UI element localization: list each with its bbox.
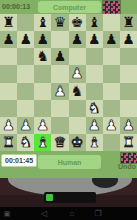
square-f4[interactable] [86, 83, 103, 100]
square-g8[interactable] [103, 14, 120, 31]
piece-white-king[interactable]: ♚ [71, 134, 84, 151]
square-e1[interactable]: ♚ [69, 134, 86, 151]
piece-white-bishop[interactable]: ♝ [88, 134, 101, 151]
square-c7[interactable]: ♟ [34, 31, 51, 48]
square-f6[interactable] [86, 48, 103, 65]
chess-app: 00:00:13 Computer ♜♝♛♚♝♜♟♟♟♟♟♟♟♞♟♟♟♞♞♟♟♟… [0, 0, 137, 220]
back-icon[interactable]: ◁ [38, 207, 50, 220]
square-f3[interactable]: ♞ [86, 100, 103, 117]
piece-black-pawn[interactable]: ♟ [122, 31, 135, 48]
square-h7[interactable]: ♟ [120, 31, 137, 48]
square-d8[interactable]: ♛ [51, 14, 68, 31]
square-e3[interactable] [69, 100, 86, 117]
square-b3[interactable] [17, 100, 34, 117]
piece-white-pawn[interactable]: ♟ [37, 117, 50, 134]
square-e4[interactable]: ♞ [69, 83, 86, 100]
piece-white-knight[interactable]: ♞ [19, 134, 32, 151]
piece-black-knight[interactable]: ♞ [71, 83, 84, 100]
piece-black-bishop[interactable]: ♝ [88, 14, 101, 31]
android-nav-bar: ▣ ◁ ⌂ ❐ [0, 207, 137, 220]
square-a5[interactable] [0, 65, 17, 82]
square-f5[interactable] [86, 65, 103, 82]
square-g6[interactable] [103, 48, 120, 65]
square-d4[interactable]: ♟ [51, 83, 68, 100]
square-a8[interactable]: ♜ [0, 14, 17, 31]
piece-white-pawn[interactable]: ♟ [71, 65, 84, 82]
piece-white-pawn[interactable]: ♟ [54, 83, 67, 100]
piece-black-bishop[interactable]: ♝ [37, 14, 50, 31]
ad-icon [46, 194, 53, 201]
square-f8[interactable]: ♝ [86, 14, 103, 31]
piece-white-pawn[interactable]: ♟ [105, 117, 118, 134]
square-c2[interactable]: ♟ [34, 117, 51, 134]
square-h1[interactable]: ♜ [120, 134, 137, 151]
home-icon[interactable]: ⌂ [66, 207, 78, 220]
square-c3[interactable] [34, 100, 51, 117]
undo-button[interactable]: Undo [117, 163, 137, 170]
square-e7[interactable]: ♟ [69, 31, 86, 48]
piece-black-pawn[interactable]: ♟ [19, 31, 32, 48]
square-a2[interactable]: ♟ [0, 117, 17, 134]
square-g2[interactable]: ♟ [103, 117, 120, 134]
piece-white-rook[interactable]: ♜ [122, 134, 135, 151]
piece-white-pawn[interactable]: ♟ [19, 117, 32, 134]
square-f1[interactable]: ♝ [86, 134, 103, 151]
bottom-right-group: Undo [0, 151, 137, 178]
square-b1[interactable]: ♞ [17, 134, 34, 151]
square-d1[interactable]: ♛ [51, 134, 68, 151]
black-clock: 00:00:13 [2, 3, 30, 10]
square-b2[interactable]: ♟ [17, 117, 34, 134]
square-f2[interactable]: ♟ [86, 117, 103, 134]
square-c1[interactable]: ♝ [34, 134, 51, 151]
square-b5[interactable] [17, 65, 34, 82]
square-d6[interactable]: ♟ [51, 48, 68, 65]
square-h2[interactable]: ♟ [120, 117, 137, 134]
piece-black-pawn[interactable]: ♟ [2, 31, 15, 48]
square-h5[interactable] [120, 65, 137, 82]
piece-white-bishop[interactable]: ♝ [37, 134, 50, 151]
square-c8[interactable]: ♝ [34, 14, 51, 31]
piece-black-pawn[interactable]: ♟ [71, 31, 84, 48]
piece-black-queen[interactable]: ♛ [54, 14, 67, 31]
piece-black-rook[interactable]: ♜ [122, 14, 135, 31]
square-d3[interactable] [51, 100, 68, 117]
square-a3[interactable] [0, 100, 17, 117]
square-g7[interactable]: ♟ [103, 31, 120, 48]
computer-player-button[interactable]: Computer [38, 1, 101, 13]
piece-white-rook[interactable]: ♜ [2, 134, 15, 151]
square-e5[interactable]: ♟ [69, 65, 86, 82]
piece-black-king[interactable]: ♚ [71, 14, 84, 31]
square-g1[interactable] [103, 134, 120, 151]
square-a1[interactable]: ♜ [0, 134, 17, 151]
square-d5[interactable] [51, 65, 68, 82]
square-d7[interactable] [51, 31, 68, 48]
recents-icon[interactable]: ❐ [92, 207, 104, 220]
square-h3[interactable] [120, 100, 137, 117]
square-c5[interactable] [34, 65, 51, 82]
square-b4[interactable] [17, 83, 34, 100]
square-h4[interactable] [120, 83, 137, 100]
square-e6[interactable] [69, 48, 86, 65]
piece-white-knight[interactable]: ♞ [88, 100, 101, 117]
square-c6[interactable]: ♞ [34, 48, 51, 65]
bottom-bar: 00:01:45 Human Undo [0, 151, 137, 178]
square-a7[interactable]: ♟ [0, 31, 17, 48]
screenshot-icon[interactable]: ▣ [1, 207, 13, 220]
square-g5[interactable] [103, 65, 120, 82]
square-g4[interactable] [103, 83, 120, 100]
piece-white-queen[interactable]: ♛ [54, 134, 67, 151]
top-bar: 00:00:13 Computer [0, 0, 137, 14]
piece-black-pawn[interactable]: ♟ [88, 31, 101, 48]
ad-banner[interactable] [0, 178, 137, 207]
square-a4[interactable] [0, 83, 17, 100]
piece-white-pawn[interactable]: ♟ [2, 117, 15, 134]
square-e8[interactable]: ♚ [69, 14, 86, 31]
square-c4[interactable] [34, 83, 51, 100]
piece-black-pawn[interactable]: ♟ [54, 48, 67, 65]
square-e2[interactable] [69, 117, 86, 134]
square-g3[interactable] [103, 100, 120, 117]
piece-black-pawn[interactable]: ♟ [105, 31, 118, 48]
square-b6[interactable] [17, 48, 34, 65]
square-b8[interactable] [17, 14, 34, 31]
ad-toast[interactable] [44, 192, 96, 203]
piece-black-pawn[interactable]: ♟ [37, 31, 50, 48]
square-d2[interactable] [51, 117, 68, 134]
square-h8[interactable]: ♜ [120, 14, 137, 31]
chess-board[interactable]: ♜♝♛♚♝♜♟♟♟♟♟♟♟♞♟♟♟♞♞♟♟♟♟♟♟♜♞♝♛♚♝♜ [0, 14, 137, 151]
piece-white-pawn[interactable]: ♟ [88, 117, 101, 134]
square-b7[interactable]: ♟ [17, 31, 34, 48]
piece-black-knight[interactable]: ♞ [37, 48, 50, 65]
square-f7[interactable]: ♟ [86, 31, 103, 48]
square-a6[interactable] [0, 48, 17, 65]
piece-black-rook[interactable]: ♜ [2, 14, 15, 31]
square-h6[interactable] [120, 48, 137, 65]
piece-white-pawn[interactable]: ♟ [122, 117, 135, 134]
